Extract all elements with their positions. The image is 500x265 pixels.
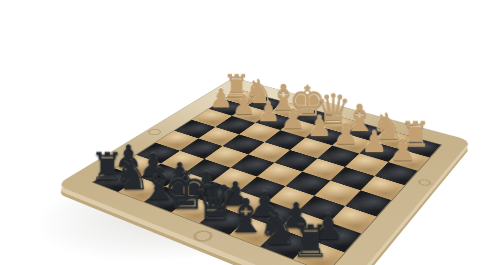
scene: ♜♞♝♚♛♝♞♜♟♟♟♟♟♟♟♟♟♟♟♟♟♟♟♟♜♞♝♚♛♝♞♜ bbox=[0, 0, 500, 265]
piece-white-rook: ♜ bbox=[223, 71, 251, 102]
piece-white-bishop: ♝ bbox=[343, 99, 377, 137]
product-photo: ♜♞♝♚♛♝♞♜♟♟♟♟♟♟♟♟♟♟♟♟♟♟♟♟♜♞♝♚♛♝♞♜ bbox=[0, 0, 500, 265]
piece-black-rook: ♜ bbox=[90, 148, 124, 186]
piece-white-rook: ♜ bbox=[400, 117, 432, 152]
piece-white-bishop: ♝ bbox=[267, 79, 299, 115]
square-g5 bbox=[180, 138, 223, 158]
chess-board-slab: ♜♞♝♚♛♝♞♜♟♟♟♟♟♟♟♟♟♟♟♟♟♟♟♟♜♞♝♚♛♝♞♜ bbox=[57, 78, 471, 265]
piece-black-pawn: ♟ bbox=[115, 141, 143, 172]
square-h6 bbox=[136, 142, 180, 163]
board-grid: ♜♞♝♚♛♝♞♜♟♟♟♟♟♟♟♟♟♟♟♟♟♟♟♟♜♞♝♚♛♝♞♜ bbox=[92, 89, 442, 265]
